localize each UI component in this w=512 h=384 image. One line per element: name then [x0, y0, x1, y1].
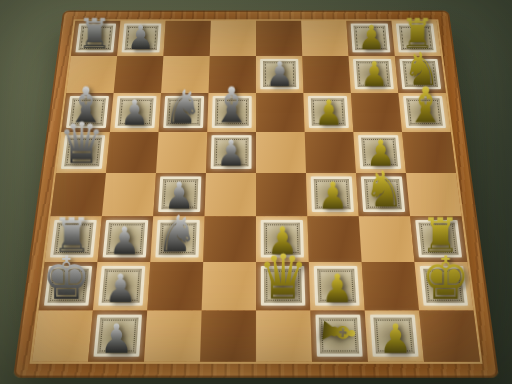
- square-h1[interactable]: [32, 310, 93, 361]
- square-g8[interactable]: ♚: [414, 262, 473, 310]
- square-d6[interactable]: [305, 132, 356, 173]
- square-c6[interactable]: ♟: [303, 93, 353, 132]
- piece-white-pawn-h2[interactable]: ♟: [100, 319, 133, 357]
- square-h3[interactable]: [144, 310, 202, 361]
- piece-black-bishop-c8[interactable]: ♝: [406, 83, 446, 130]
- square-h4[interactable]: [200, 310, 256, 361]
- square-g3[interactable]: [147, 262, 203, 310]
- piece-white-pawn-d4[interactable]: ♟: [216, 136, 246, 170]
- square-a6[interactable]: [301, 21, 348, 56]
- piece-black-pawn-c6[interactable]: ♟: [314, 96, 343, 129]
- piece-white-pawn-f2[interactable]: ♟: [109, 222, 140, 258]
- square-d8[interactable]: [402, 132, 456, 173]
- square-f4[interactable]: [203, 216, 256, 262]
- square-c7[interactable]: [351, 93, 402, 132]
- square-a2[interactable]: ♟: [117, 21, 166, 56]
- piece-white-bishop-c4[interactable]: ♝: [212, 83, 252, 130]
- square-c4[interactable]: ♝: [207, 93, 256, 132]
- square-d4[interactable]: ♟: [206, 132, 256, 173]
- piece-white-knight-c3[interactable]: ♞: [164, 85, 202, 130]
- square-b6[interactable]: [302, 56, 351, 93]
- square-d3[interactable]: [156, 132, 207, 173]
- square-e7[interactable]: ♞: [356, 173, 410, 216]
- chessboard-scene: ♜♟♟♜♟♟♞♝♟♞♝♟♝♛♟♟♟♟♞♜♟♞♟♜♚♟♛♟♚♟♝♟: [0, 0, 512, 384]
- square-g6[interactable]: ♟: [309, 262, 365, 310]
- piece-white-pawn-g2[interactable]: ♟: [105, 269, 137, 306]
- piece-white-rook-a1[interactable]: ♜: [78, 14, 112, 54]
- square-g5[interactable]: ♛: [256, 262, 310, 310]
- square-e2[interactable]: [102, 173, 156, 216]
- piece-white-queen-d1[interactable]: ♛: [58, 116, 104, 170]
- square-h5[interactable]: [256, 310, 312, 361]
- square-f2[interactable]: ♟: [98, 216, 154, 262]
- square-c5[interactable]: [256, 93, 305, 132]
- square-b7[interactable]: ♟: [349, 56, 399, 93]
- piece-black-pawn-g6[interactable]: ♟: [321, 269, 353, 306]
- square-f6[interactable]: [307, 216, 361, 262]
- piece-black-pawn-b7[interactable]: ♟: [360, 58, 388, 91]
- piece-white-pawn-a2[interactable]: ♟: [127, 22, 154, 54]
- piece-white-pawn-c2[interactable]: ♟: [120, 96, 149, 129]
- square-e5[interactable]: [256, 173, 307, 216]
- board-grid: ♜♟♟♜♟♟♞♝♟♞♝♟♝♛♟♟♟♟♞♜♟♞♟♜♚♟♛♟♚♟♝♟: [32, 21, 480, 362]
- square-h8[interactable]: [419, 310, 480, 361]
- square-d2[interactable]: [106, 132, 159, 173]
- piece-black-queen-g5[interactable]: ♛: [258, 248, 308, 307]
- square-g7[interactable]: [362, 262, 419, 310]
- piece-black-pawn-e6[interactable]: ♟: [318, 178, 348, 213]
- square-c3[interactable]: ♞: [159, 93, 209, 132]
- square-a3[interactable]: [163, 21, 210, 56]
- piece-black-pawn-h7[interactable]: ♟: [379, 319, 412, 357]
- square-b2[interactable]: [114, 56, 164, 93]
- square-a4[interactable]: [210, 21, 256, 56]
- square-f7[interactable]: [359, 216, 415, 262]
- square-d1[interactable]: ♛: [56, 132, 110, 173]
- square-d5[interactable]: [256, 132, 306, 173]
- square-h2[interactable]: ♟: [88, 310, 147, 361]
- piece-white-pawn-b5[interactable]: ♟: [266, 58, 294, 91]
- piece-black-bishop-h6[interactable]: ♝: [316, 311, 361, 352]
- square-h6[interactable]: ♝: [310, 310, 368, 361]
- piece-black-knight-e7[interactable]: ♞: [364, 166, 404, 213]
- square-b5[interactable]: ♟: [256, 56, 303, 93]
- square-a1[interactable]: ♜: [71, 21, 121, 56]
- square-g2[interactable]: ♟: [93, 262, 150, 310]
- piece-white-knight-f3[interactable]: ♞: [156, 210, 198, 258]
- piece-black-king-g8[interactable]: ♚: [421, 250, 470, 307]
- square-a5[interactable]: [256, 21, 302, 56]
- square-f3[interactable]: ♞: [150, 216, 204, 262]
- chess-board: ♜♟♟♜♟♟♞♝♟♞♝♟♝♛♟♟♟♟♞♜♟♞♟♜♚♟♛♟♚♟♝♟: [13, 11, 499, 378]
- square-c8[interactable]: ♝: [398, 93, 450, 132]
- square-e6[interactable]: ♟: [306, 173, 359, 216]
- square-e4[interactable]: [205, 173, 256, 216]
- square-g4[interactable]: [202, 262, 256, 310]
- square-h7[interactable]: ♟: [365, 310, 424, 361]
- square-a7[interactable]: ♟: [346, 21, 395, 56]
- square-c2[interactable]: ♟: [110, 93, 161, 132]
- piece-white-king-g1[interactable]: ♚: [42, 250, 91, 307]
- piece-black-pawn-a7[interactable]: ♟: [358, 22, 385, 54]
- square-g1[interactable]: ♚: [39, 262, 98, 310]
